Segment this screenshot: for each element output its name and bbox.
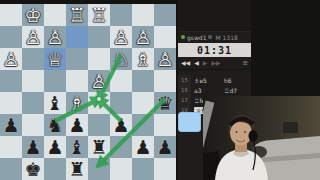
online-indicator-icon — [181, 35, 185, 39]
square[interactable] — [44, 70, 66, 92]
chess-piece[interactable]: ♟ — [110, 114, 132, 136]
square[interactable] — [154, 26, 176, 48]
square[interactable]: ♙ — [88, 70, 110, 92]
chess-piece[interactable]: ♙ — [154, 48, 176, 70]
square[interactable]: ♖ — [66, 4, 88, 26]
square[interactable] — [44, 4, 66, 26]
chess-piece[interactable]: ♕ — [44, 48, 66, 70]
square[interactable] — [110, 4, 132, 26]
chess-piece[interactable]: ♟ — [22, 136, 44, 158]
chess-piece[interactable]: ♙ — [44, 26, 66, 48]
square[interactable] — [22, 48, 44, 70]
square[interactable] — [132, 70, 154, 92]
square[interactable]: ♟ — [0, 114, 22, 136]
player-clock: 01:31 — [178, 43, 251, 57]
chess-piece[interactable]: ♚ — [22, 158, 44, 180]
chess-piece[interactable]: ♞ — [44, 114, 66, 136]
square[interactable] — [154, 158, 176, 180]
square[interactable]: ♙ — [132, 26, 154, 48]
square[interactable]: ♝ — [66, 136, 88, 158]
square[interactable] — [132, 158, 154, 180]
square[interactable]: ♙ — [110, 26, 132, 48]
player-name[interactable]: gswd1 — [187, 34, 206, 41]
square[interactable] — [0, 136, 22, 158]
chess-piece[interactable]: ♝ — [66, 136, 88, 158]
last-move-button[interactable]: ▶▶ — [211, 57, 220, 69]
square[interactable] — [110, 136, 132, 158]
chess-piece[interactable]: ♜ — [88, 136, 110, 158]
move-number: 15 — [178, 75, 191, 85]
square[interactable] — [110, 70, 132, 92]
move-navigation: ◀◀◀▶▶▶≡ — [178, 57, 251, 70]
square[interactable]: ♜ — [88, 136, 110, 158]
chess-piece[interactable]: ♗ — [132, 48, 154, 70]
panel-header-area — [178, 0, 251, 32]
first-move-button[interactable]: ◀◀ — [181, 57, 190, 69]
next-move-button[interactable]: ▶ — [203, 57, 208, 69]
square[interactable] — [88, 92, 110, 114]
chess-piece[interactable]: ♟ — [44, 136, 66, 158]
chess-piece[interactable]: ♜ — [66, 158, 88, 180]
chess-piece[interactable]: ♙ — [0, 48, 22, 70]
square[interactable]: ♙ — [154, 48, 176, 70]
chess-piece[interactable]: ♟ — [154, 136, 176, 158]
move-number: 16 — [178, 85, 191, 95]
square[interactable] — [22, 70, 44, 92]
square[interactable] — [0, 26, 22, 48]
wall-vent — [283, 122, 298, 133]
square[interactable] — [132, 114, 154, 136]
square[interactable]: ♙ — [44, 26, 66, 48]
chess-piece[interactable]: ♖ — [88, 4, 110, 26]
square[interactable] — [110, 158, 132, 180]
square[interactable] — [88, 114, 110, 136]
webcam-overlay — [203, 96, 320, 180]
square[interactable]: ♟ — [22, 136, 44, 158]
square[interactable]: ♗ — [132, 48, 154, 70]
black-move[interactable]: ♖d7 — [221, 87, 251, 94]
stream-screenshot: ♔♖♖♙♙♙♙♙♕♘♗♙♙♝♗♛♟♞♟♟♟♟♝♜♟♟♚♜ gswd1 M 131… — [0, 0, 320, 180]
square[interactable]: ♗ — [66, 92, 88, 114]
square[interactable]: ♘ — [110, 48, 132, 70]
square[interactable]: ♙ — [0, 48, 22, 70]
square[interactable]: ♟ — [110, 114, 132, 136]
move-row: 16a3♖d7 — [178, 85, 251, 95]
square[interactable] — [0, 92, 22, 114]
square[interactable] — [44, 158, 66, 180]
prev-move-button[interactable]: ◀ — [194, 57, 199, 69]
chess-piece[interactable]: ♟ — [132, 136, 154, 158]
eye-right — [244, 131, 246, 133]
square[interactable]: ♚ — [22, 158, 44, 180]
square[interactable]: ♟ — [44, 136, 66, 158]
square[interactable] — [0, 4, 22, 26]
square[interactable] — [154, 70, 176, 92]
chess-piece[interactable]: ♙ — [110, 26, 132, 48]
last-move-highlight — [66, 26, 88, 48]
chess-piece[interactable]: ♛ — [154, 92, 176, 114]
square[interactable]: ♖ — [88, 4, 110, 26]
chess-piece[interactable]: ♔ — [22, 4, 44, 26]
square[interactable]: ♙ — [22, 26, 44, 48]
headphones-earcup — [249, 130, 258, 142]
chess-piece[interactable]: ♙ — [132, 26, 154, 48]
square[interactable] — [0, 158, 22, 180]
square[interactable] — [22, 114, 44, 136]
player-rating: M 1318 — [215, 34, 237, 41]
move-number: 17 — [178, 95, 191, 105]
move-row: 15♗e5h6 — [178, 75, 251, 85]
square[interactable] — [154, 4, 176, 26]
webcam-scene — [203, 96, 320, 180]
black-move[interactable]: h6 — [221, 77, 251, 84]
square[interactable] — [88, 48, 110, 70]
square[interactable]: ♟ — [66, 114, 88, 136]
square[interactable] — [154, 114, 176, 136]
square[interactable] — [66, 48, 88, 70]
square[interactable]: ♜ — [66, 158, 88, 180]
square[interactable]: ♕ — [44, 48, 66, 70]
square[interactable] — [110, 92, 132, 114]
chess-piece[interactable]: ♗ — [66, 92, 88, 114]
chess-piece[interactable]: ♝ — [44, 92, 66, 114]
square[interactable] — [132, 4, 154, 26]
player-flair-icon — [208, 35, 212, 39]
chess-piece[interactable]: ♘ — [110, 48, 132, 70]
chess-piece[interactable]: ♟ — [0, 114, 22, 136]
player-bar[interactable]: gswd1 M 1318 — [178, 32, 251, 42]
square[interactable]: ♝ — [44, 92, 66, 114]
square[interactable] — [132, 92, 154, 114]
chess-piece[interactable]: ♙ — [22, 26, 44, 48]
square[interactable] — [88, 158, 110, 180]
chess-board[interactable]: ♔♖♖♙♙♙♙♙♕♘♗♙♙♝♗♛♟♞♟♟♟♟♝♜♟♟♚♜ — [0, 4, 176, 180]
move-list-menu-button[interactable]: ≡ — [242, 59, 248, 67]
square[interactable]: ♞ — [44, 114, 66, 136]
square[interactable] — [0, 70, 22, 92]
chess-piece[interactable]: ♟ — [66, 114, 88, 136]
square[interactable] — [88, 26, 110, 48]
square[interactable]: ♟ — [132, 136, 154, 158]
chess-piece[interactable]: ♖ — [66, 4, 88, 26]
square[interactable] — [66, 26, 88, 48]
square[interactable] — [22, 92, 44, 114]
chess-piece[interactable]: ♙ — [88, 70, 110, 92]
white-move[interactable]: a3 — [191, 87, 221, 94]
square[interactable]: ♟ — [154, 136, 176, 158]
square[interactable]: ♔ — [22, 4, 44, 26]
square[interactable]: ♛ — [154, 92, 176, 114]
square[interactable] — [66, 70, 88, 92]
stream-overlay-tile — [178, 112, 201, 132]
eye-left — [236, 131, 238, 133]
white-move[interactable]: ♗e5 — [191, 77, 221, 84]
